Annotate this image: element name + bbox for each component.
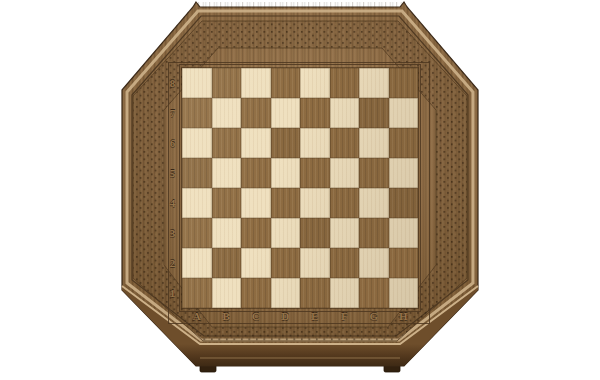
square-e1[interactable] (300, 278, 330, 308)
square-g7[interactable] (359, 98, 389, 128)
rank-label-1: 1 (165, 278, 180, 308)
square-g2[interactable] (359, 248, 389, 278)
square-e6[interactable] (300, 128, 330, 158)
square-f1[interactable] (330, 278, 360, 308)
square-g4[interactable] (359, 188, 389, 218)
square-h2[interactable] (389, 248, 419, 278)
square-f5[interactable] (330, 158, 360, 188)
file-label-e: E (300, 308, 330, 324)
rank-label-4: 4 (165, 188, 180, 218)
square-h1[interactable] (389, 278, 419, 308)
square-e2[interactable] (300, 248, 330, 278)
square-a1[interactable] (182, 278, 212, 308)
rank-labels: 87654321 (165, 68, 180, 308)
square-h3[interactable] (389, 218, 419, 248)
square-f8[interactable] (330, 68, 360, 98)
square-c1[interactable] (241, 278, 271, 308)
file-label-a: A (182, 308, 212, 324)
square-b7[interactable] (212, 98, 242, 128)
file-label-d: D (271, 308, 301, 324)
rank-label-5: 5 (165, 158, 180, 188)
square-c2[interactable] (241, 248, 271, 278)
square-d4[interactable] (271, 188, 301, 218)
square-b6[interactable] (212, 128, 242, 158)
square-b8[interactable] (212, 68, 242, 98)
square-f2[interactable] (330, 248, 360, 278)
square-c4[interactable] (241, 188, 271, 218)
square-a7[interactable] (182, 98, 212, 128)
board-grid[interactable] (182, 68, 418, 308)
square-g1[interactable] (359, 278, 389, 308)
square-c7[interactable] (241, 98, 271, 128)
square-e8[interactable] (300, 68, 330, 98)
square-h8[interactable] (389, 68, 419, 98)
file-labels: ABCDEFGH (182, 308, 418, 324)
square-d8[interactable] (271, 68, 301, 98)
square-h4[interactable] (389, 188, 419, 218)
square-e5[interactable] (300, 158, 330, 188)
square-a2[interactable] (182, 248, 212, 278)
square-f3[interactable] (330, 218, 360, 248)
file-label-b: B (212, 308, 242, 324)
square-d5[interactable] (271, 158, 301, 188)
square-b2[interactable] (212, 248, 242, 278)
square-e7[interactable] (300, 98, 330, 128)
square-a8[interactable] (182, 68, 212, 98)
rank-label-6: 6 (165, 128, 180, 158)
square-d3[interactable] (271, 218, 301, 248)
square-f4[interactable] (330, 188, 360, 218)
square-b5[interactable] (212, 158, 242, 188)
square-d1[interactable] (271, 278, 301, 308)
square-g8[interactable] (359, 68, 389, 98)
square-d6[interactable] (271, 128, 301, 158)
square-b1[interactable] (212, 278, 242, 308)
square-a4[interactable] (182, 188, 212, 218)
square-c3[interactable] (241, 218, 271, 248)
file-label-g: G (359, 308, 389, 324)
square-g3[interactable] (359, 218, 389, 248)
square-e4[interactable] (300, 188, 330, 218)
square-c8[interactable] (241, 68, 271, 98)
square-d2[interactable] (271, 248, 301, 278)
square-h6[interactable] (389, 128, 419, 158)
square-f6[interactable] (330, 128, 360, 158)
square-g5[interactable] (359, 158, 389, 188)
square-f7[interactable] (330, 98, 360, 128)
square-e3[interactable] (300, 218, 330, 248)
square-g6[interactable] (359, 128, 389, 158)
file-label-c: C (241, 308, 271, 324)
square-h7[interactable] (389, 98, 419, 128)
rank-label-3: 3 (165, 218, 180, 248)
square-c6[interactable] (241, 128, 271, 158)
chessboard-photo: ABCDEFGH 87654321 (0, 0, 600, 380)
rank-label-7: 7 (165, 98, 180, 128)
square-h5[interactable] (389, 158, 419, 188)
square-b3[interactable] (212, 218, 242, 248)
square-b4[interactable] (212, 188, 242, 218)
file-label-h: H (389, 308, 419, 324)
square-d7[interactable] (271, 98, 301, 128)
square-c5[interactable] (241, 158, 271, 188)
rank-label-8: 8 (165, 68, 180, 98)
square-a3[interactable] (182, 218, 212, 248)
square-a5[interactable] (182, 158, 212, 188)
file-label-f: F (330, 308, 360, 324)
rank-label-2: 2 (165, 248, 180, 278)
square-a6[interactable] (182, 128, 212, 158)
